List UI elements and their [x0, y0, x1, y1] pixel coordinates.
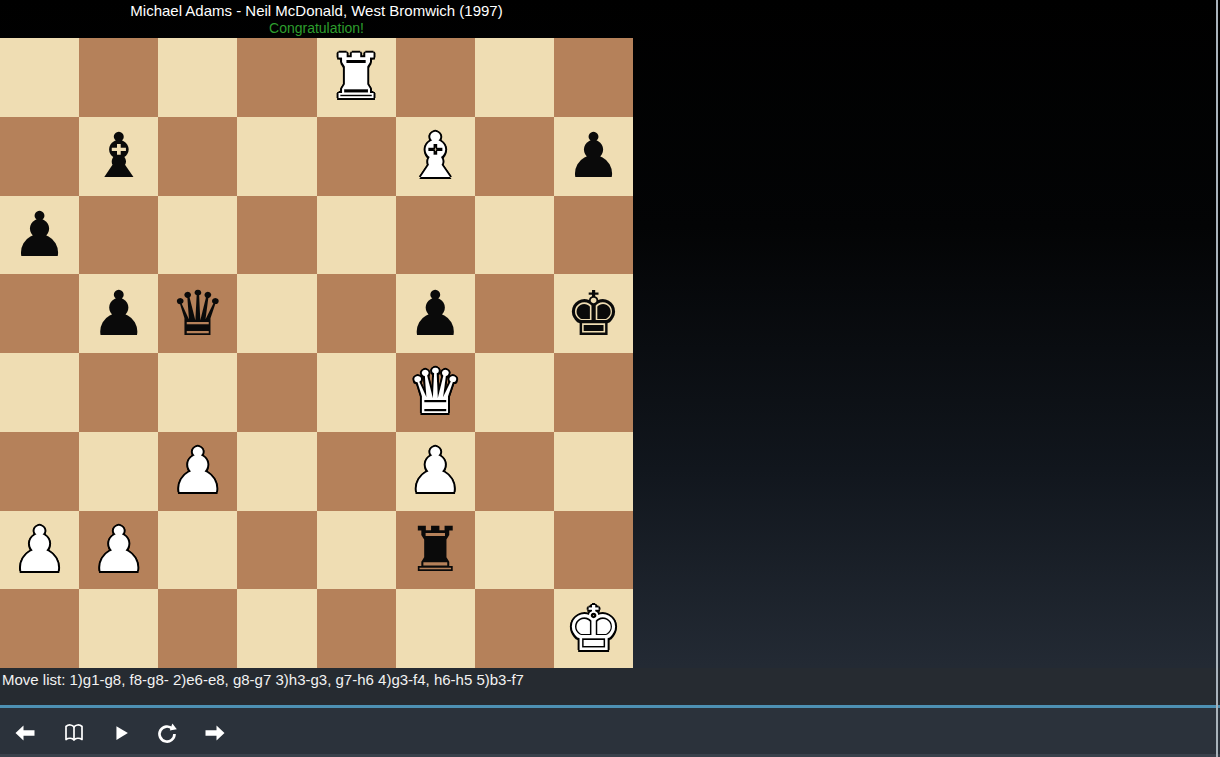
square-d8[interactable]: [237, 38, 316, 117]
square-f3[interactable]: ♟: [396, 432, 475, 511]
square-h7[interactable]: ♟: [554, 117, 633, 196]
square-e7[interactable]: [317, 117, 396, 196]
refresh-icon: [155, 721, 179, 745]
square-a7[interactable]: [0, 117, 79, 196]
square-d5[interactable]: [237, 274, 316, 353]
black-pawn-h7: ♟: [566, 117, 622, 195]
square-d3[interactable]: [237, 432, 316, 511]
square-f6[interactable]: [396, 196, 475, 275]
square-d1[interactable]: [237, 589, 316, 668]
square-g8[interactable]: [475, 38, 554, 117]
restart-button[interactable]: [153, 719, 181, 747]
square-c8[interactable]: [158, 38, 237, 117]
black-bishop-b7: ♝: [91, 117, 147, 195]
square-g3[interactable]: [475, 432, 554, 511]
black-pawn-a6: ♟: [12, 196, 68, 274]
black-pawn-f5: ♟: [407, 275, 463, 353]
square-a5[interactable]: [0, 274, 79, 353]
square-e4[interactable]: [317, 353, 396, 432]
square-f2[interactable]: ♜: [396, 511, 475, 590]
square-h3[interactable]: [554, 432, 633, 511]
square-f1[interactable]: [396, 589, 475, 668]
game-title: Michael Adams - Neil McDonald, West Brom…: [0, 0, 633, 20]
white-pawn-f3: ♟: [407, 432, 463, 510]
square-d2[interactable]: [237, 511, 316, 590]
square-h1[interactable]: ♚: [554, 589, 633, 668]
square-a6[interactable]: ♟: [0, 196, 79, 275]
square-a2[interactable]: ♟: [0, 511, 79, 590]
square-h4[interactable]: [554, 353, 633, 432]
square-g6[interactable]: [475, 196, 554, 275]
square-f7[interactable]: ♝: [396, 117, 475, 196]
square-e8[interactable]: ♜: [317, 38, 396, 117]
header: Michael Adams - Neil McDonald, West Brom…: [0, 0, 633, 38]
square-g1[interactable]: [475, 589, 554, 668]
square-b6[interactable]: [79, 196, 158, 275]
black-queen-c5: ♛: [170, 275, 226, 353]
play-button[interactable]: [108, 720, 134, 746]
square-g5[interactable]: [475, 274, 554, 353]
square-e2[interactable]: [317, 511, 396, 590]
chess-board: ♜♝♝♟♟♟♛♟♚♛♟♟♟♟♜♚: [0, 38, 633, 668]
black-rook-f2: ♜: [407, 511, 463, 589]
black-king-h5: ♚: [566, 275, 622, 353]
white-pawn-a2: ♟: [12, 511, 68, 589]
square-d7[interactable]: [237, 117, 316, 196]
square-f5[interactable]: ♟: [396, 274, 475, 353]
square-e1[interactable]: [317, 589, 396, 668]
white-pawn-c3: ♟: [170, 432, 226, 510]
square-b1[interactable]: [79, 589, 158, 668]
square-d4[interactable]: [237, 353, 316, 432]
square-e3[interactable]: [317, 432, 396, 511]
square-h6[interactable]: [554, 196, 633, 275]
square-g4[interactable]: [475, 353, 554, 432]
square-h8[interactable]: [554, 38, 633, 117]
square-b4[interactable]: [79, 353, 158, 432]
square-c6[interactable]: [158, 196, 237, 275]
square-f8[interactable]: [396, 38, 475, 117]
square-b7[interactable]: ♝: [79, 117, 158, 196]
square-b5[interactable]: ♟: [79, 274, 158, 353]
play-icon: [110, 722, 132, 744]
square-c4[interactable]: [158, 353, 237, 432]
toolbar: [0, 708, 1220, 757]
square-g2[interactable]: [475, 511, 554, 590]
square-b2[interactable]: ♟: [79, 511, 158, 590]
white-king-h1: ♚: [566, 590, 622, 668]
white-bishop-f7: ♝: [407, 117, 463, 195]
square-a3[interactable]: [0, 432, 79, 511]
square-a8[interactable]: [0, 38, 79, 117]
back-button[interactable]: [10, 719, 40, 747]
forward-button[interactable]: [200, 719, 230, 747]
square-c3[interactable]: ♟: [158, 432, 237, 511]
forward-arrow-icon: [202, 721, 228, 745]
square-b8[interactable]: [79, 38, 158, 117]
square-c2[interactable]: [158, 511, 237, 590]
back-arrow-icon: [12, 721, 38, 745]
book-button[interactable]: [59, 719, 89, 747]
move-list-text: Move list: 1)g1-g8, f8-g8- 2)e6-e8, g8-g…: [0, 668, 1220, 689]
square-e5[interactable]: [317, 274, 396, 353]
window-right-border: [1216, 0, 1218, 757]
square-d6[interactable]: [237, 196, 316, 275]
square-a1[interactable]: [0, 589, 79, 668]
square-e6[interactable]: [317, 196, 396, 275]
book-icon: [61, 721, 87, 745]
status-message: Congratulation!: [0, 20, 633, 36]
square-a4[interactable]: [0, 353, 79, 432]
square-c7[interactable]: [158, 117, 237, 196]
white-pawn-b2: ♟: [91, 511, 147, 589]
square-b3[interactable]: [79, 432, 158, 511]
square-c1[interactable]: [158, 589, 237, 668]
white-rook-e8: ♜: [328, 38, 384, 116]
square-c5[interactable]: ♛: [158, 274, 237, 353]
move-list-bar: Move list: 1)g1-g8, f8-g8- 2)e6-e8, g8-g…: [0, 668, 1220, 705]
white-queen-f4: ♛: [407, 353, 463, 431]
black-pawn-b5: ♟: [91, 275, 147, 353]
square-g7[interactable]: [475, 117, 554, 196]
square-f4[interactable]: ♛: [396, 353, 475, 432]
square-h2[interactable]: [554, 511, 633, 590]
square-h5[interactable]: ♚: [554, 274, 633, 353]
